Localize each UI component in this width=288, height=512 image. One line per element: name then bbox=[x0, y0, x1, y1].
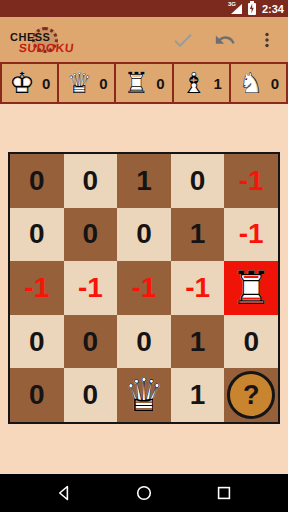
signal-icon: 3G bbox=[228, 2, 242, 15]
cell-number: 1 bbox=[136, 165, 152, 197]
logo-title-sudoku: SUDOKU bbox=[18, 41, 74, 55]
tray-rook[interactable]: ♜♖0 bbox=[114, 62, 173, 104]
white-rook-piece: ♜♖ bbox=[231, 265, 272, 311]
board-cell-r5c1[interactable]: 0 bbox=[10, 368, 64, 422]
board-cell-r3c3[interactable]: -1 bbox=[117, 261, 171, 315]
board-cell-r4c3[interactable]: 0 bbox=[117, 315, 171, 369]
game-board: 0010-10001-1-1-1-1-1♜♖0001000♛♕1? bbox=[8, 152, 280, 424]
undo-icon[interactable] bbox=[212, 27, 238, 53]
tray-bishop[interactable]: ♝♗1 bbox=[172, 62, 231, 104]
app-screen: 3G 2:34 CHESS SUDOKU ♚♔0♛♕0♜♖0♝♗ bbox=[0, 0, 288, 512]
board-cell-r5c4[interactable]: 1 bbox=[171, 368, 225, 422]
clock-label: 2:34 bbox=[262, 3, 284, 15]
cell-number: -1 bbox=[132, 272, 157, 304]
board-cell-r4c2[interactable]: 0 bbox=[64, 315, 118, 369]
board-cell-r1c2[interactable]: 0 bbox=[64, 154, 118, 208]
battery-charging-icon bbox=[248, 3, 256, 15]
cell-number: 0 bbox=[136, 326, 152, 358]
cell-number: 0 bbox=[243, 326, 259, 358]
hidden-piece-question-icon: ? bbox=[227, 371, 275, 419]
board-cell-r1c3[interactable]: 1 bbox=[117, 154, 171, 208]
appbar-actions bbox=[170, 17, 280, 62]
tray-count-rook: 0 bbox=[156, 75, 164, 92]
cell-number: 0 bbox=[83, 379, 99, 411]
kebab-menu-icon[interactable] bbox=[254, 27, 280, 53]
piece-tray: ♚♔0♛♕0♜♖0♝♗1♞♘0 bbox=[0, 62, 288, 104]
tray-count-bishop: 1 bbox=[214, 75, 222, 92]
board-cell-r4c1[interactable]: 0 bbox=[10, 315, 64, 369]
app-bar: CHESS SUDOKU bbox=[0, 17, 288, 62]
white-queen-piece: ♛♕ bbox=[66, 69, 92, 98]
board-cell-r3c1[interactable]: -1 bbox=[10, 261, 64, 315]
cell-number: 0 bbox=[29, 165, 45, 197]
cell-number: -1 bbox=[24, 272, 49, 304]
board-cell-r5c3[interactable]: ♛♕ bbox=[117, 368, 171, 422]
board-cell-r4c4[interactable]: 1 bbox=[171, 315, 225, 369]
board-cell-r2c1[interactable]: 0 bbox=[10, 208, 64, 262]
cell-number: -1 bbox=[239, 165, 264, 197]
board-cell-r2c2[interactable]: 0 bbox=[64, 208, 118, 262]
cell-number: 0 bbox=[136, 218, 152, 250]
board-cell-r3c5[interactable]: ♜♖ bbox=[224, 261, 278, 315]
back-icon[interactable] bbox=[52, 481, 76, 505]
recents-icon[interactable] bbox=[212, 481, 236, 505]
cell-number: 0 bbox=[29, 326, 45, 358]
check-icon[interactable] bbox=[170, 27, 196, 53]
cell-number: 1 bbox=[190, 379, 206, 411]
tray-knight[interactable]: ♞♘0 bbox=[229, 62, 288, 104]
board-cell-r5c5[interactable]: ? bbox=[224, 368, 278, 422]
cell-number: -1 bbox=[78, 272, 103, 304]
board-cell-r3c2[interactable]: -1 bbox=[64, 261, 118, 315]
tray-count-queen: 0 bbox=[99, 75, 107, 92]
tray-count-king: 0 bbox=[42, 75, 50, 92]
board-cell-r1c4[interactable]: 0 bbox=[171, 154, 225, 208]
cell-number: 0 bbox=[83, 218, 99, 250]
cell-number: -1 bbox=[185, 272, 210, 304]
board-cell-r4c5[interactable]: 0 bbox=[224, 315, 278, 369]
cell-number: 1 bbox=[190, 218, 206, 250]
board-cell-r5c2[interactable]: 0 bbox=[64, 368, 118, 422]
board-cell-r3c4[interactable]: -1 bbox=[171, 261, 225, 315]
cell-number: 0 bbox=[83, 165, 99, 197]
white-king-piece: ♚♔ bbox=[9, 69, 35, 98]
cell-number: 0 bbox=[29, 218, 45, 250]
white-queen-piece: ♛♕ bbox=[123, 372, 164, 418]
cell-number: 1 bbox=[190, 326, 206, 358]
cell-number: 0 bbox=[83, 326, 99, 358]
board-cell-r2c3[interactable]: 0 bbox=[117, 208, 171, 262]
white-bishop-piece: ♝♗ bbox=[181, 69, 207, 98]
tray-king[interactable]: ♚♔0 bbox=[0, 62, 59, 104]
status-bar: 3G 2:34 bbox=[0, 0, 288, 17]
app-logo: CHESS SUDOKU bbox=[8, 27, 78, 59]
home-icon[interactable] bbox=[132, 481, 156, 505]
board-cell-r2c5[interactable]: -1 bbox=[224, 208, 278, 262]
white-knight-piece: ♞♘ bbox=[238, 69, 264, 98]
board-cell-r1c5[interactable]: -1 bbox=[224, 154, 278, 208]
cell-number: 0 bbox=[190, 165, 206, 197]
cell-number: 0 bbox=[29, 379, 45, 411]
tray-count-knight: 0 bbox=[271, 75, 279, 92]
android-nav-bar bbox=[0, 474, 288, 512]
cell-number: -1 bbox=[239, 218, 264, 250]
board-cell-r1c1[interactable]: 0 bbox=[10, 154, 64, 208]
white-rook-piece: ♜♖ bbox=[123, 69, 149, 98]
board-cell-r2c4[interactable]: 1 bbox=[171, 208, 225, 262]
tray-queen[interactable]: ♛♕0 bbox=[57, 62, 116, 104]
